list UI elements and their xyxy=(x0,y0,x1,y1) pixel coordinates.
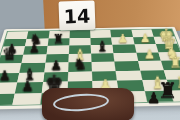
white-pawn[interactable]: ♟ xyxy=(118,33,129,45)
white-rook[interactable]: ♜ xyxy=(169,55,180,69)
scene: ♞♜♟♟♚♟♟♝♛♛♝♟♞♟♞♜♟♝♟♚♟♝♜♞ 14 ♟♜ xyxy=(0,0,180,120)
square-h4[interactable]: ♜ xyxy=(161,60,180,70)
bag-drawstring xyxy=(52,92,109,113)
black-pawn[interactable]: ♟ xyxy=(22,79,35,93)
white-pawn[interactable]: ♟ xyxy=(139,32,150,44)
square-d4[interactable]: ♞ xyxy=(68,62,92,72)
white-knight[interactable]: ♞ xyxy=(0,88,7,106)
board-number: 14 xyxy=(63,4,90,27)
square-f3[interactable] xyxy=(116,70,142,80)
black-pawn[interactable]: ♟ xyxy=(29,42,40,54)
black-queen[interactable]: ♛ xyxy=(2,46,18,64)
square-g4[interactable] xyxy=(138,61,164,71)
square-d3[interactable] xyxy=(67,71,92,81)
captured-black-rook[interactable]: ♜ xyxy=(158,80,178,102)
board-number-card: 14 xyxy=(59,0,96,30)
black-knight[interactable]: ♞ xyxy=(73,56,87,72)
piece-bag xyxy=(42,88,134,120)
white-pawn[interactable]: ♟ xyxy=(143,48,154,61)
black-bishop[interactable]: ♝ xyxy=(96,39,109,54)
square-g5[interactable]: ♟ xyxy=(136,52,161,61)
black-rook[interactable]: ♜ xyxy=(52,33,64,46)
square-e4[interactable] xyxy=(91,62,115,72)
black-pawn[interactable]: ♟ xyxy=(0,69,11,83)
square-b2[interactable]: ♟ xyxy=(15,82,42,93)
square-f4[interactable] xyxy=(115,61,140,71)
square-b1[interactable] xyxy=(13,93,41,105)
